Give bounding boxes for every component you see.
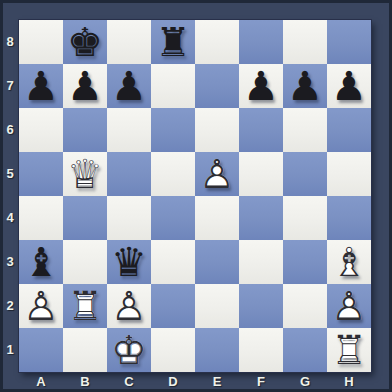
square-b4[interactable] [63, 196, 107, 240]
piece-white-rook: ♖ [327, 328, 371, 372]
square-a4[interactable] [19, 196, 63, 240]
chess-diagram: ♚♜♟♟♟♟♟♟♛♕♟♙♝♛♝♗♟♙♜♖♟♙♟♙♚♔♜♖ 87654321 AB… [0, 0, 392, 392]
square-b7[interactable]: ♟ [63, 64, 107, 108]
piece-white-rook-fill: ♜ [63, 284, 107, 328]
square-d2[interactable] [151, 284, 195, 328]
square-h1[interactable]: ♜♖ [327, 328, 371, 372]
square-g8[interactable] [283, 20, 327, 64]
square-d5[interactable] [151, 152, 195, 196]
piece-white-pawn: ♙ [107, 284, 151, 328]
file-label-a: A [19, 373, 63, 390]
piece-white-queen: ♕ [63, 152, 107, 196]
square-a7[interactable]: ♟ [19, 64, 63, 108]
square-a2[interactable]: ♟♙ [19, 284, 63, 328]
square-e5[interactable]: ♟♙ [195, 152, 239, 196]
piece-black-pawn: ♟ [239, 64, 283, 108]
square-a8[interactable] [19, 20, 63, 64]
square-c8[interactable] [107, 20, 151, 64]
square-g6[interactable] [283, 108, 327, 152]
square-d3[interactable] [151, 240, 195, 284]
file-label-c: C [107, 373, 151, 390]
piece-white-king-fill: ♚ [107, 328, 151, 372]
square-g4[interactable] [283, 196, 327, 240]
rank-label-6: 6 [2, 108, 18, 152]
piece-white-rook: ♖ [63, 284, 107, 328]
square-h8[interactable] [327, 20, 371, 64]
piece-black-pawn: ♟ [63, 64, 107, 108]
square-e1[interactable] [195, 328, 239, 372]
piece-white-king: ♔ [107, 328, 151, 372]
rank-label-8: 8 [2, 20, 18, 64]
square-b6[interactable] [63, 108, 107, 152]
piece-white-rook-fill: ♜ [327, 328, 371, 372]
square-a5[interactable] [19, 152, 63, 196]
square-f7[interactable]: ♟ [239, 64, 283, 108]
rank-label-4: 4 [2, 196, 18, 240]
square-c6[interactable] [107, 108, 151, 152]
square-c4[interactable] [107, 196, 151, 240]
piece-white-bishop-fill: ♝ [327, 240, 371, 284]
rank-label-1: 1 [2, 328, 18, 372]
square-f3[interactable] [239, 240, 283, 284]
piece-black-pawn: ♟ [19, 64, 63, 108]
square-h4[interactable] [327, 196, 371, 240]
square-a3[interactable]: ♝ [19, 240, 63, 284]
square-f8[interactable] [239, 20, 283, 64]
square-c7[interactable]: ♟ [107, 64, 151, 108]
piece-black-pawn: ♟ [107, 64, 151, 108]
square-h5[interactable] [327, 152, 371, 196]
square-e7[interactable] [195, 64, 239, 108]
square-f5[interactable] [239, 152, 283, 196]
square-d6[interactable] [151, 108, 195, 152]
file-label-d: D [151, 373, 195, 390]
piece-white-pawn-fill: ♟ [195, 152, 239, 196]
square-e8[interactable] [195, 20, 239, 64]
file-label-f: F [239, 373, 283, 390]
square-g3[interactable] [283, 240, 327, 284]
square-d1[interactable] [151, 328, 195, 372]
piece-black-bishop: ♝ [19, 240, 63, 284]
square-c3[interactable]: ♛ [107, 240, 151, 284]
square-b5[interactable]: ♛♕ [63, 152, 107, 196]
chess-board: ♚♜♟♟♟♟♟♟♛♕♟♙♝♛♝♗♟♙♜♖♟♙♟♙♚♔♜♖ [19, 20, 371, 372]
square-a6[interactable] [19, 108, 63, 152]
piece-white-pawn: ♙ [195, 152, 239, 196]
piece-white-pawn: ♙ [327, 284, 371, 328]
square-e2[interactable] [195, 284, 239, 328]
square-f4[interactable] [239, 196, 283, 240]
square-g1[interactable] [283, 328, 327, 372]
square-c2[interactable]: ♟♙ [107, 284, 151, 328]
piece-black-rook: ♜ [151, 20, 195, 64]
square-b3[interactable] [63, 240, 107, 284]
file-label-e: E [195, 373, 239, 390]
square-g7[interactable]: ♟ [283, 64, 327, 108]
square-b2[interactable]: ♜♖ [63, 284, 107, 328]
square-g2[interactable] [283, 284, 327, 328]
piece-black-queen: ♛ [107, 240, 151, 284]
rank-label-7: 7 [2, 64, 18, 108]
square-h3[interactable]: ♝♗ [327, 240, 371, 284]
piece-black-pawn: ♟ [283, 64, 327, 108]
square-c1[interactable]: ♚♔ [107, 328, 151, 372]
square-d8[interactable]: ♜ [151, 20, 195, 64]
piece-white-pawn-fill: ♟ [327, 284, 371, 328]
square-e6[interactable] [195, 108, 239, 152]
rank-label-5: 5 [2, 152, 18, 196]
square-b8[interactable]: ♚ [63, 20, 107, 64]
square-e4[interactable] [195, 196, 239, 240]
piece-white-bishop: ♗ [327, 240, 371, 284]
piece-black-king: ♚ [63, 20, 107, 64]
square-f2[interactable] [239, 284, 283, 328]
square-h7[interactable]: ♟ [327, 64, 371, 108]
square-e3[interactable] [195, 240, 239, 284]
square-c5[interactable] [107, 152, 151, 196]
rank-label-3: 3 [2, 240, 18, 284]
square-f6[interactable] [239, 108, 283, 152]
square-f1[interactable] [239, 328, 283, 372]
rank-label-2: 2 [2, 284, 18, 328]
square-h2[interactable]: ♟♙ [327, 284, 371, 328]
file-label-g: G [283, 373, 327, 390]
square-h6[interactable] [327, 108, 371, 152]
square-b1[interactable] [63, 328, 107, 372]
file-label-h: H [327, 373, 371, 390]
square-d7[interactable] [151, 64, 195, 108]
file-label-b: B [63, 373, 107, 390]
piece-white-pawn-fill: ♟ [107, 284, 151, 328]
square-a1[interactable] [19, 328, 63, 372]
piece-white-pawn: ♙ [19, 284, 63, 328]
piece-black-pawn: ♟ [327, 64, 371, 108]
piece-white-queen-fill: ♛ [63, 152, 107, 196]
square-g5[interactable] [283, 152, 327, 196]
square-d4[interactable] [151, 196, 195, 240]
piece-white-pawn-fill: ♟ [19, 284, 63, 328]
